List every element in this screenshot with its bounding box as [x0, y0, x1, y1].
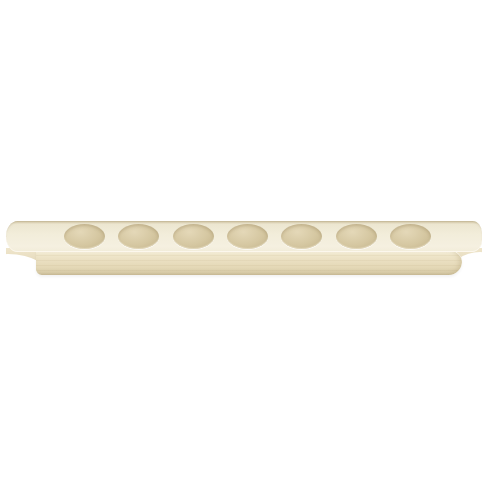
- pit-5[interactable]: [281, 224, 322, 249]
- pit-7[interactable]: [390, 224, 431, 249]
- pit-6[interactable]: [336, 224, 377, 249]
- board-front-face: [36, 250, 462, 275]
- pit-3[interactable]: [173, 224, 214, 249]
- mancala-board: [6, 221, 482, 279]
- board-top-surface: [6, 221, 482, 252]
- pit-2[interactable]: [118, 224, 159, 249]
- pit-4[interactable]: [227, 224, 268, 249]
- pit-1[interactable]: [64, 224, 105, 249]
- product-photo: [0, 0, 500, 500]
- pit-grid: [57, 221, 438, 252]
